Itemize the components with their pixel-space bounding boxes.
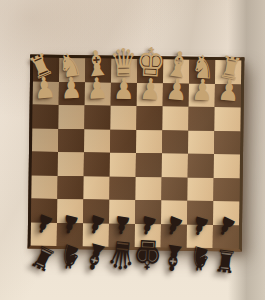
square-r1c4[interactable]: ♟ — [137, 83, 163, 107]
square-r1c0[interactable]: ♟ — [33, 81, 59, 105]
square-r2c4[interactable] — [136, 106, 162, 130]
square-r3c2[interactable] — [84, 129, 110, 153]
square-r6c2[interactable]: ♟ — [83, 199, 109, 223]
piece-white-P[interactable]: ♟ — [191, 75, 214, 105]
square-r5c0[interactable] — [31, 175, 57, 199]
square-r6c3[interactable]: ♟ — [109, 200, 135, 224]
square-r1c3[interactable]: ♟ — [111, 82, 137, 106]
square-r2c6[interactable] — [188, 107, 214, 131]
square-r4c7[interactable] — [214, 154, 240, 178]
square-r3c0[interactable] — [32, 128, 58, 152]
square-r1c7[interactable]: ♟ — [215, 84, 241, 108]
piece-black-R[interactable]: ♜ — [213, 244, 238, 276]
square-r6c7[interactable]: ♟ — [213, 201, 239, 225]
piece-white-P[interactable]: ♟ — [86, 74, 109, 104]
square-r6c5[interactable]: ♟ — [161, 200, 187, 224]
square-r1c2[interactable]: ♟ — [85, 82, 111, 106]
square-r4c1[interactable] — [58, 152, 84, 176]
square-r1c6[interactable]: ♟ — [189, 83, 215, 107]
square-r5c2[interactable] — [83, 176, 109, 200]
square-r2c3[interactable] — [110, 106, 136, 130]
piece-white-P[interactable]: ♟ — [33, 73, 57, 104]
square-r5c6[interactable] — [187, 177, 213, 201]
square-r2c1[interactable] — [58, 105, 84, 129]
piece-black-N[interactable]: ♞ — [184, 240, 216, 277]
photo-scene: ♜♞♝♛♚♝♞♜♟♟♟♟♟♟♟♟♟♟♟♟♟♟♟♟♜♞♝♛♚♝♞♜ — [0, 0, 265, 300]
square-r6c1[interactable]: ♟ — [57, 199, 83, 223]
square-r1c5[interactable]: ♟ — [163, 83, 189, 107]
square-r3c1[interactable] — [58, 128, 84, 152]
chess-board: ♜♞♝♛♚♝♞♜♟♟♟♟♟♟♟♟♟♟♟♟♟♟♟♟♜♞♝♛♚♝♞♜ — [28, 55, 245, 252]
square-r4c4[interactable] — [136, 153, 162, 177]
square-r5c1[interactable] — [57, 175, 83, 199]
square-r4c0[interactable] — [32, 152, 58, 176]
square-r6c6[interactable]: ♟ — [187, 201, 213, 225]
board-grid: ♜♞♝♛♚♝♞♜♟♟♟♟♟♟♟♟♟♟♟♟♟♟♟♟♜♞♝♛♚♝♞♜ — [31, 58, 242, 249]
square-r2c2[interactable] — [84, 105, 110, 129]
square-r6c4[interactable]: ♟ — [135, 200, 161, 224]
piece-white-P[interactable]: ♟ — [113, 75, 135, 104]
square-r3c4[interactable] — [136, 130, 162, 154]
piece-white-P[interactable]: ♟ — [217, 75, 241, 106]
square-r5c4[interactable] — [135, 176, 161, 200]
square-r3c3[interactable] — [110, 129, 136, 153]
square-r1c1[interactable]: ♟ — [59, 81, 85, 105]
square-r2c7[interactable] — [214, 107, 240, 131]
square-r4c5[interactable] — [162, 153, 188, 177]
square-r4c6[interactable] — [188, 154, 214, 178]
square-r2c5[interactable] — [162, 106, 188, 130]
square-r6c0[interactable]: ♟ — [31, 199, 57, 223]
square-r3c6[interactable] — [188, 130, 214, 154]
square-r5c5[interactable] — [161, 177, 187, 201]
piece-white-P[interactable]: ♟ — [165, 75, 189, 106]
square-r4c2[interactable] — [84, 152, 110, 176]
square-r3c7[interactable] — [214, 131, 240, 155]
square-r4c3[interactable] — [110, 153, 136, 177]
piece-white-P[interactable]: ♟ — [139, 75, 162, 105]
square-r5c7[interactable] — [213, 178, 239, 202]
square-r5c3[interactable] — [109, 176, 135, 200]
square-r3c5[interactable] — [162, 130, 188, 154]
square-r2c0[interactable] — [32, 105, 58, 129]
piece-white-P[interactable]: ♟ — [60, 74, 82, 104]
